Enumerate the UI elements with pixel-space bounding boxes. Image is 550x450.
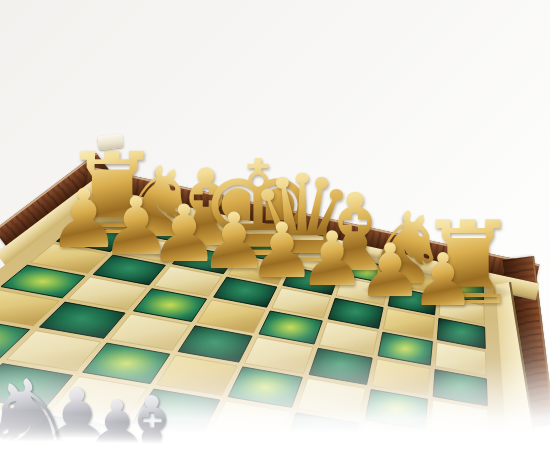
piece-glyph: ♝ xyxy=(113,386,191,450)
white-pawn-a2[interactable]: ♟ xyxy=(400,241,487,316)
chess-set-photo: ♞♟♟♝ ♜♞♝♚♛♝♞♜♟♟♟♟♟♟♟♟ xyxy=(0,0,550,450)
black-bishop-f8[interactable]: ♝ xyxy=(100,382,205,450)
piece-glyph: ♟ xyxy=(411,244,476,317)
